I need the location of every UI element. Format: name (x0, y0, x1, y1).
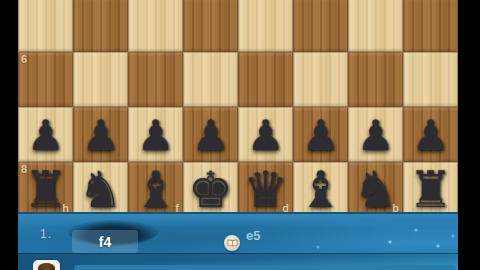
app-screen: 6♟♟♟♟♟♟♟♟8h♜♞f♝♚d♛♝b♞♜ 1. f4 e5 (0, 0, 480, 270)
bottom-bar (18, 253, 458, 270)
black-pawn[interactable]: ♟ (247, 108, 285, 163)
square-d7[interactable]: ♟ (238, 107, 293, 162)
square-b6[interactable] (348, 52, 403, 107)
black-pawn[interactable]: ♟ (357, 108, 395, 163)
black-pawn[interactable]: ♟ (27, 108, 65, 163)
square-e8[interactable]: ♚ (183, 162, 238, 217)
square-g6[interactable] (73, 52, 128, 107)
black-move[interactable]: e5 (246, 228, 260, 243)
square-c7[interactable]: ♟ (293, 107, 348, 162)
square-f5[interactable] (128, 0, 183, 52)
rank-label-6: 6 (21, 53, 27, 65)
square-h5[interactable] (18, 0, 73, 52)
white-move: f4 (99, 234, 111, 250)
open-book-glyph (227, 239, 238, 248)
square-d8[interactable]: d♛ (238, 162, 293, 217)
black-rook[interactable]: ♜ (23, 163, 68, 218)
square-d5[interactable] (238, 0, 293, 52)
black-pawn[interactable]: ♟ (412, 108, 450, 163)
black-pawn[interactable]: ♟ (82, 108, 120, 163)
square-b5[interactable] (348, 0, 403, 52)
black-king[interactable]: ♚ (188, 163, 233, 218)
square-h6[interactable]: 6 (18, 52, 73, 107)
black-queen[interactable]: ♛ (243, 163, 288, 218)
black-knight[interactable]: ♞ (78, 163, 123, 218)
square-c5[interactable] (293, 0, 348, 52)
move-list-bar: 1. f4 e5 (18, 212, 458, 253)
player-panel (74, 265, 456, 270)
move-number: 1. (40, 227, 52, 241)
square-b8[interactable]: b♞ (348, 162, 403, 217)
square-e7[interactable]: ♟ (183, 107, 238, 162)
square-f7[interactable]: ♟ (128, 107, 183, 162)
black-rook[interactable]: ♜ (408, 163, 453, 218)
player-avatar[interactable] (33, 260, 60, 270)
square-g8[interactable]: ♞ (73, 162, 128, 217)
black-pawn[interactable]: ♟ (137, 108, 175, 163)
square-c6[interactable] (293, 52, 348, 107)
open-book-icon (224, 235, 240, 251)
black-bishop[interactable]: ♝ (298, 163, 343, 218)
square-a8[interactable]: ♜ (403, 162, 458, 217)
square-e6[interactable] (183, 52, 238, 107)
square-a5[interactable] (403, 0, 458, 52)
square-c8[interactable]: ♝ (293, 162, 348, 217)
current-move-highlight[interactable]: f4 (72, 230, 138, 253)
square-h7[interactable]: ♟ (18, 107, 73, 162)
square-a6[interactable] (403, 52, 458, 107)
avatar-image (38, 263, 55, 270)
chess-board[interactable]: 6♟♟♟♟♟♟♟♟8h♜♞f♝♚d♛♝b♞♜ (18, 0, 458, 217)
black-knight[interactable]: ♞ (353, 163, 398, 218)
square-e5[interactable] (183, 0, 238, 52)
square-g7[interactable]: ♟ (73, 107, 128, 162)
square-g5[interactable] (73, 0, 128, 52)
square-h8[interactable]: 8h♜ (18, 162, 73, 217)
square-a7[interactable]: ♟ (403, 107, 458, 162)
square-f6[interactable] (128, 52, 183, 107)
square-b7[interactable]: ♟ (348, 107, 403, 162)
black-pawn[interactable]: ♟ (302, 108, 340, 163)
black-bishop[interactable]: ♝ (133, 163, 178, 218)
game-content: 6♟♟♟♟♟♟♟♟8h♜♞f♝♚d♛♝b♞♜ 1. f4 e5 (18, 0, 458, 270)
square-f8[interactable]: f♝ (128, 162, 183, 217)
square-d6[interactable] (238, 52, 293, 107)
black-pawn[interactable]: ♟ (192, 108, 230, 163)
